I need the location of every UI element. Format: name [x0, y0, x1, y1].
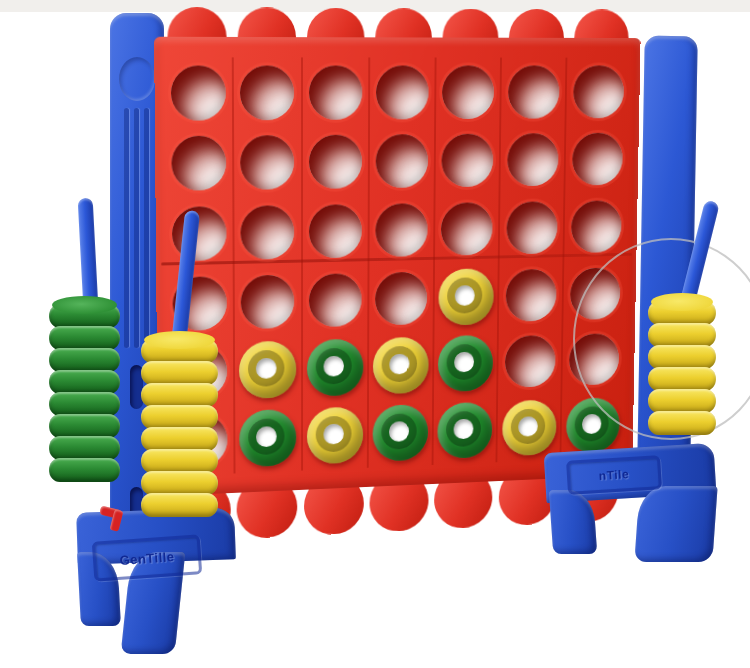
cell-r1c2 [234, 57, 303, 128]
cell-r4c2 [235, 266, 303, 336]
hole [309, 204, 362, 258]
hole [240, 65, 294, 120]
cell-r6c5 [434, 396, 499, 465]
product-photo-stage: GenTille nTile [0, 0, 750, 668]
stack-disc-yellow [141, 383, 218, 407]
cell-r3c7 [564, 193, 628, 261]
hole [504, 335, 555, 388]
cell-r4c6 [499, 261, 564, 330]
disc-yellow [373, 337, 429, 395]
hole [505, 269, 556, 322]
stack-disc-green [49, 326, 120, 350]
stack-disc-yellow [648, 345, 716, 369]
left-foot-brand-text: GenTille [119, 549, 175, 568]
right-foot-brand-text: nTile [598, 467, 629, 483]
cell-r2c7 [565, 125, 630, 193]
hole [508, 65, 560, 118]
hole [375, 271, 427, 325]
stack-disc-yellow [141, 361, 218, 385]
stack-disc-green [49, 370, 120, 394]
cell-r5c3 [303, 333, 369, 403]
cell-r1c4 [370, 57, 437, 127]
stack-disc-yellow [648, 323, 716, 347]
stack-disc-yellow [648, 411, 716, 435]
cell-r5c6 [499, 328, 564, 396]
post-groove [144, 108, 149, 348]
cell-r2c3 [303, 127, 370, 197]
hole [506, 201, 557, 254]
post-groove [124, 108, 129, 348]
cell-r3c4 [369, 195, 435, 265]
disc-green [438, 335, 493, 392]
cell-r2c6 [501, 126, 566, 195]
cell-r3c3 [303, 196, 370, 266]
hole [573, 65, 624, 118]
cell-r3c1 [166, 198, 235, 269]
disc-yellow [239, 341, 296, 400]
cell-r4c5 [435, 262, 500, 331]
hole [171, 136, 226, 191]
hole [309, 135, 362, 189]
cell-r3c5 [435, 195, 501, 264]
hole [376, 65, 429, 119]
cell-r6c4 [369, 398, 435, 467]
cell-r1c1 [165, 57, 235, 128]
cell-r1c7 [566, 58, 631, 126]
disc-yellow [307, 407, 363, 465]
stack-left-green [49, 306, 120, 482]
stack-disc-yellow [141, 471, 218, 495]
hole [442, 65, 494, 119]
cell-r5c5 [434, 329, 499, 398]
post-emboss-circle [119, 57, 155, 101]
stack-disc-yellow [141, 449, 218, 473]
right-foot-front-leg [634, 486, 717, 562]
hole [309, 273, 362, 327]
hole [376, 135, 429, 189]
hole [572, 133, 623, 186]
cell-r2c1 [165, 128, 235, 199]
stack-disc-yellow [141, 405, 218, 429]
cell-r6c2 [235, 403, 302, 473]
hole [442, 134, 494, 188]
stack-disc-green [49, 458, 120, 482]
stack-disc-green [49, 348, 120, 372]
cell-r2c5 [436, 126, 502, 195]
hole [309, 65, 362, 119]
cell-r5c4 [369, 331, 435, 400]
disc-yellow [439, 268, 495, 325]
stack-disc-green [49, 436, 120, 460]
cell-r2c4 [370, 127, 437, 197]
cell-r1c5 [436, 58, 502, 127]
cell-r3c6 [500, 194, 565, 263]
disc-green [438, 402, 493, 459]
cell-r4c4 [369, 264, 435, 334]
stack-disc-yellow [141, 339, 218, 363]
cell-r4c3 [303, 265, 370, 335]
hole [241, 274, 295, 329]
left-foot-brand-plaque: GenTille [92, 534, 203, 581]
stack-disc-yellow [648, 301, 716, 325]
hole [441, 202, 493, 256]
disc-green [373, 404, 429, 462]
disc-green [307, 339, 363, 397]
hole [241, 136, 295, 191]
cell-r1c6 [502, 58, 568, 127]
hole [571, 200, 622, 253]
stack-left-yellow [141, 341, 218, 517]
cell-r1c3 [303, 57, 371, 127]
disc-green [240, 409, 297, 468]
cell-r3c2 [235, 197, 303, 268]
stack-disc-yellow [648, 367, 716, 391]
post-groove [134, 108, 139, 348]
stack-disc-yellow [141, 427, 218, 451]
cell-r6c3 [303, 401, 369, 471]
stack-disc-yellow [141, 493, 218, 517]
hole [171, 65, 226, 120]
stack-disc-green [49, 304, 120, 328]
right-foot-brand-plaque: nTile [566, 455, 662, 495]
cell-r2c2 [234, 128, 302, 199]
stack-disc-green [49, 414, 120, 438]
stack-disc-yellow [648, 389, 716, 413]
hole [375, 203, 427, 257]
stack-right-yellow [648, 303, 716, 435]
board-grid [165, 57, 631, 476]
hole [241, 205, 295, 260]
disc-yellow [502, 400, 557, 457]
connect-four-board [154, 20, 641, 516]
hole [507, 134, 559, 187]
cell-r5c2 [235, 335, 302, 405]
stack-disc-green [49, 392, 120, 416]
